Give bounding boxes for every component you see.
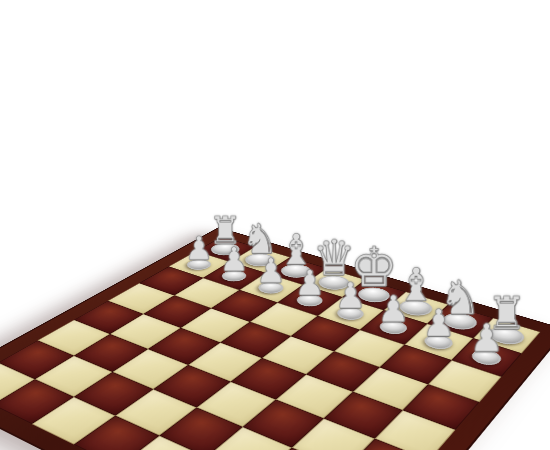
piece-white-pawn[interactable]: ♟ — [220, 243, 249, 276]
piece-white-pawn[interactable]: ♟ — [185, 232, 213, 264]
piece-white-pawn[interactable]: ♟ — [294, 266, 324, 301]
board-frame: ♜♞♝♛♚♝♞♜♟♟♟♟♟♟♟♟ — [0, 228, 550, 450]
piece-white-pawn[interactable]: ♟ — [335, 278, 366, 314]
chess-set-photo: ♜♞♝♛♚♝♞♜♟♟♟♟♟♟♟♟ — [0, 0, 550, 450]
piece-white-pawn[interactable]: ♟ — [469, 319, 503, 358]
piece-white-pawn[interactable]: ♟ — [422, 304, 455, 342]
piece-white-pawn[interactable]: ♟ — [377, 291, 409, 328]
square-h2[interactable]: ♟ — [452, 338, 522, 377]
chess-board: ♜♞♝♛♚♝♞♜♟♟♟♟♟♟♟♟ — [0, 237, 540, 450]
piece-white-pawn[interactable]: ♟ — [256, 254, 286, 288]
